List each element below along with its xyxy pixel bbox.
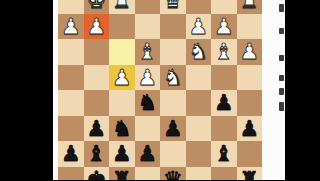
white-pawn-e4: ♟: [135, 65, 161, 91]
square-a5[interactable]: [237, 90, 263, 116]
white-rook-f1: ♜: [109, 0, 135, 14]
square-d6[interactable]: ♟: [160, 116, 186, 142]
square-h7[interactable]: ♟: [58, 141, 84, 167]
square-d8[interactable]: ♛: [160, 167, 186, 181]
square-c4[interactable]: [186, 65, 212, 91]
square-f6[interactable]: ♞: [109, 116, 135, 142]
square-d7[interactable]: [160, 141, 186, 167]
square-f1[interactable]: ♜: [109, 0, 135, 14]
square-d1[interactable]: ♛: [160, 0, 186, 14]
square-d4[interactable]: ♞: [160, 65, 186, 91]
square-f7[interactable]: ♟: [109, 141, 135, 167]
clipped-text-mark: [279, 4, 284, 12]
black-king-g8: ♚: [84, 167, 110, 181]
square-a1[interactable]: ♜: [237, 0, 263, 14]
black-pawn-b5: ♟: [211, 90, 237, 116]
square-g8[interactable]: ♚: [84, 167, 110, 181]
square-g2[interactable]: ♟: [84, 14, 110, 40]
square-b5[interactable]: ♟: [211, 90, 237, 116]
black-pawn-d6: ♟: [160, 116, 186, 142]
black-pawn-f7: ♟: [109, 141, 135, 167]
square-b4[interactable]: [211, 65, 237, 91]
square-b6[interactable]: [211, 116, 237, 142]
square-d3[interactable]: [160, 39, 186, 65]
square-d2[interactable]: [160, 14, 186, 40]
square-c1[interactable]: [186, 0, 212, 14]
square-b8[interactable]: [211, 167, 237, 181]
black-knight-e5: ♞: [135, 90, 161, 116]
square-b1[interactable]: [211, 0, 237, 14]
square-c3[interactable]: ♞: [186, 39, 212, 65]
white-pawn-a3: ♟: [237, 39, 263, 65]
black-pawn-e7: ♟: [135, 141, 161, 167]
left-letterbox-bar: [0, 0, 53, 180]
square-e7[interactable]: ♟: [135, 141, 161, 167]
black-pawn-g6: ♟: [84, 116, 110, 142]
square-e1[interactable]: [135, 0, 161, 14]
clipped-text-mark: [279, 55, 284, 61]
square-h3[interactable]: [58, 39, 84, 65]
square-h1[interactable]: [58, 0, 84, 14]
white-pawn-c2: ♟: [186, 14, 212, 40]
square-g5[interactable]: [84, 90, 110, 116]
black-bishop-g7: ♝: [84, 141, 110, 167]
square-e5[interactable]: ♞: [135, 90, 161, 116]
square-g7[interactable]: ♝: [84, 141, 110, 167]
square-h4[interactable]: [58, 65, 84, 91]
square-f4[interactable]: ♟: [109, 65, 135, 91]
square-a2[interactable]: [237, 14, 263, 40]
white-bishop-e3: ♝: [135, 39, 161, 65]
clipped-text-mark: [279, 28, 284, 34]
clipped-text-mark: [279, 102, 284, 111]
square-c5[interactable]: [186, 90, 212, 116]
black-rook-f8: ♜: [109, 167, 135, 181]
black-queen-d8: ♛: [160, 167, 186, 181]
square-g6[interactable]: ♟: [84, 116, 110, 142]
square-b3[interactable]: ♝: [211, 39, 237, 65]
square-g4[interactable]: [84, 65, 110, 91]
black-pawn-a6: ♟: [237, 116, 263, 142]
square-f2[interactable]: [109, 14, 135, 40]
black-knight-f6: ♞: [109, 116, 135, 142]
square-g3[interactable]: [84, 39, 110, 65]
square-h2[interactable]: ♟: [58, 14, 84, 40]
square-a6[interactable]: ♟: [237, 116, 263, 142]
square-f3[interactable]: [109, 39, 135, 65]
square-c8[interactable]: [186, 167, 212, 181]
square-a4[interactable]: [237, 65, 263, 91]
square-a3[interactable]: ♟: [237, 39, 263, 65]
white-pawn-b2: ♟: [211, 14, 237, 40]
square-a7[interactable]: [237, 141, 263, 167]
black-pawn-h7: ♟: [58, 141, 84, 167]
white-pawn-h2: ♟: [58, 14, 84, 40]
square-e3[interactable]: ♝: [135, 39, 161, 65]
square-h8[interactable]: [58, 167, 84, 181]
square-e4[interactable]: ♟: [135, 65, 161, 91]
square-g1[interactable]: ♚: [84, 0, 110, 14]
square-f8[interactable]: ♜: [109, 167, 135, 181]
square-h6[interactable]: [58, 116, 84, 142]
white-pawn-f4: ♟: [109, 65, 135, 91]
square-d5[interactable]: [160, 90, 186, 116]
square-e8[interactable]: [135, 167, 161, 181]
white-knight-d4: ♞: [160, 65, 186, 91]
black-bishop-b7: ♝: [211, 141, 237, 167]
square-f5[interactable]: [109, 90, 135, 116]
black-rook-a8: ♜: [237, 167, 263, 181]
square-c2[interactable]: ♟: [186, 14, 212, 40]
clipped-text-mark: [279, 75, 284, 81]
square-h5[interactable]: [58, 90, 84, 116]
white-rook-a1: ♜: [237, 0, 263, 14]
white-knight-c3: ♞: [186, 39, 212, 65]
square-c7[interactable]: [186, 141, 212, 167]
square-b2[interactable]: ♟: [211, 14, 237, 40]
white-pawn-g2: ♟: [84, 14, 110, 40]
clipped-text-mark: [279, 88, 284, 95]
right-letterbox-bar: [285, 0, 320, 180]
white-king-g1: ♚: [84, 0, 110, 14]
square-e2[interactable]: [135, 14, 161, 40]
square-a8[interactable]: ♜: [237, 167, 263, 181]
square-b7[interactable]: ♝: [211, 141, 237, 167]
square-c6[interactable]: [186, 116, 212, 142]
video-frame: ♚♜♛♜♟♟♟♟♝♞♝♟♟♟♞♞♟♟♞♟♟♟♝♟♟♝♚♜♛♜: [0, 0, 320, 180]
chess-board: ♚♜♛♜♟♟♟♟♝♞♝♟♟♟♞♞♟♟♞♟♟♟♝♟♟♝♚♜♛♜: [58, 0, 262, 180]
white-bishop-b3: ♝: [211, 39, 237, 65]
square-e6[interactable]: [135, 116, 161, 142]
white-queen-d1: ♛: [160, 0, 186, 14]
